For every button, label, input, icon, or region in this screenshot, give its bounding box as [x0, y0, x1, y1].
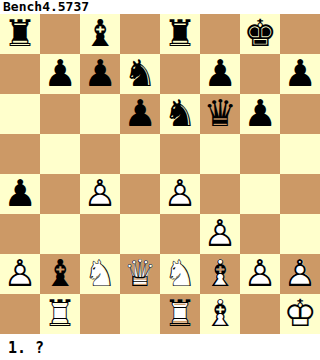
square-g2[interactable]: ♟♙ — [240, 254, 280, 294]
position-title: Bench4.5737 — [0, 0, 320, 14]
square-b7[interactable]: ♟ — [40, 54, 80, 94]
square-d6[interactable]: ♟ — [120, 94, 160, 134]
square-h8[interactable] — [280, 14, 320, 54]
square-d1[interactable] — [120, 294, 160, 334]
square-c6[interactable] — [80, 94, 120, 134]
square-a1[interactable] — [0, 294, 40, 334]
black-rook: ♜ — [0, 14, 40, 54]
square-c3[interactable] — [80, 214, 120, 254]
square-c8[interactable]: ♝ — [80, 14, 120, 54]
white-pawn: ♟♙ — [160, 174, 200, 214]
white-king: ♚♔ — [280, 294, 320, 334]
square-a8[interactable]: ♜ — [0, 14, 40, 54]
square-f6[interactable]: ♛ — [200, 94, 240, 134]
square-h5[interactable] — [280, 134, 320, 174]
white-bishop: ♝♗ — [200, 294, 240, 334]
square-f4[interactable] — [200, 174, 240, 214]
white-rook: ♜♖ — [160, 294, 200, 334]
square-b4[interactable] — [40, 174, 80, 214]
square-e6[interactable]: ♞ — [160, 94, 200, 134]
square-e5[interactable] — [160, 134, 200, 174]
square-f7[interactable]: ♟ — [200, 54, 240, 94]
square-b5[interactable] — [40, 134, 80, 174]
square-b3[interactable] — [40, 214, 80, 254]
square-c5[interactable] — [80, 134, 120, 174]
square-a7[interactable] — [0, 54, 40, 94]
white-pawn: ♟♙ — [80, 174, 120, 214]
square-c7[interactable]: ♟ — [80, 54, 120, 94]
move-prompt: 1. ? — [0, 334, 320, 357]
square-g1[interactable] — [240, 294, 280, 334]
white-pawn: ♟♙ — [200, 214, 240, 254]
square-a5[interactable] — [0, 134, 40, 174]
square-g5[interactable] — [240, 134, 280, 174]
square-a2[interactable]: ♟♙ — [0, 254, 40, 294]
square-h3[interactable] — [280, 214, 320, 254]
square-g6[interactable]: ♟ — [240, 94, 280, 134]
square-b2[interactable]: ♝ — [40, 254, 80, 294]
square-e2[interactable]: ♞♘ — [160, 254, 200, 294]
black-pawn: ♟ — [80, 54, 120, 94]
square-a3[interactable] — [0, 214, 40, 254]
white-knight: ♞♘ — [80, 254, 120, 294]
square-f3[interactable]: ♟♙ — [200, 214, 240, 254]
square-b6[interactable] — [40, 94, 80, 134]
black-pawn: ♟ — [120, 94, 160, 134]
square-c2[interactable]: ♞♘ — [80, 254, 120, 294]
black-queen: ♛ — [200, 94, 240, 134]
square-e1[interactable]: ♜♖ — [160, 294, 200, 334]
square-f1[interactable]: ♝♗ — [200, 294, 240, 334]
square-e4[interactable]: ♟♙ — [160, 174, 200, 214]
black-pawn: ♟ — [200, 54, 240, 94]
square-h6[interactable] — [280, 94, 320, 134]
square-h4[interactable] — [280, 174, 320, 214]
white-bishop: ♝♗ — [200, 254, 240, 294]
black-pawn: ♟ — [40, 54, 80, 94]
square-g3[interactable] — [240, 214, 280, 254]
square-g7[interactable] — [240, 54, 280, 94]
black-pawn: ♟ — [280, 54, 320, 94]
white-pawn: ♟♙ — [0, 254, 40, 294]
square-f2[interactable]: ♝♗ — [200, 254, 240, 294]
square-h2[interactable]: ♟♙ — [280, 254, 320, 294]
square-e7[interactable] — [160, 54, 200, 94]
chess-board: ♜♝♜♚♟♟♞♟♟♟♞♛♟♟♟♙♟♙♟♙♟♙♝♞♘♛♕♞♘♝♗♟♙♟♙♜♖♜♖♝… — [0, 14, 320, 334]
square-h1[interactable]: ♚♔ — [280, 294, 320, 334]
square-d4[interactable] — [120, 174, 160, 214]
square-a6[interactable] — [0, 94, 40, 134]
square-b8[interactable] — [40, 14, 80, 54]
square-d7[interactable]: ♞ — [120, 54, 160, 94]
square-e3[interactable] — [160, 214, 200, 254]
black-bishop: ♝ — [40, 254, 80, 294]
square-d2[interactable]: ♛♕ — [120, 254, 160, 294]
square-d8[interactable] — [120, 14, 160, 54]
black-pawn: ♟ — [240, 94, 280, 134]
square-c4[interactable]: ♟♙ — [80, 174, 120, 214]
square-e8[interactable]: ♜ — [160, 14, 200, 54]
white-pawn: ♟♙ — [240, 254, 280, 294]
white-queen: ♛♕ — [120, 254, 160, 294]
black-rook: ♜ — [160, 14, 200, 54]
square-g8[interactable]: ♚ — [240, 14, 280, 54]
square-g4[interactable] — [240, 174, 280, 214]
black-bishop: ♝ — [80, 14, 120, 54]
square-f8[interactable] — [200, 14, 240, 54]
white-pawn: ♟♙ — [280, 254, 320, 294]
black-knight: ♞ — [160, 94, 200, 134]
square-f5[interactable] — [200, 134, 240, 174]
square-c1[interactable] — [80, 294, 120, 334]
white-rook: ♜♖ — [40, 294, 80, 334]
black-knight: ♞ — [120, 54, 160, 94]
square-a4[interactable]: ♟ — [0, 174, 40, 214]
black-pawn: ♟ — [0, 174, 40, 214]
square-h7[interactable]: ♟ — [280, 54, 320, 94]
square-b1[interactable]: ♜♖ — [40, 294, 80, 334]
white-knight: ♞♘ — [160, 254, 200, 294]
square-d5[interactable] — [120, 134, 160, 174]
square-d3[interactable] — [120, 214, 160, 254]
black-king: ♚ — [240, 14, 280, 54]
